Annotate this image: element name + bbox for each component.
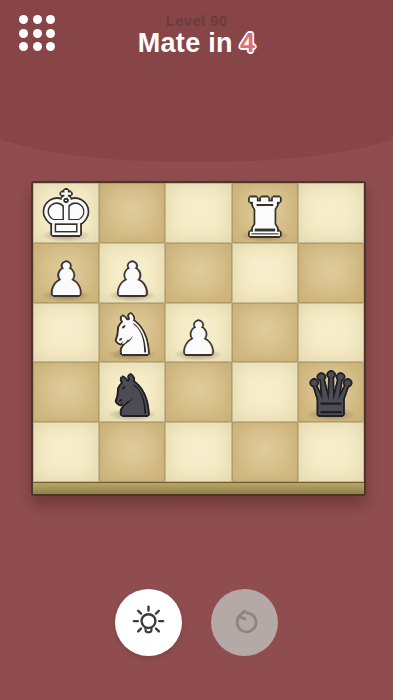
undo-arrow-icon [226, 604, 264, 642]
square-e4[interactable] [298, 243, 364, 303]
square-b2[interactable]: ♞ [99, 362, 165, 422]
hint-button[interactable] [115, 589, 182, 656]
board-bottom-edge [33, 482, 364, 494]
square-e5[interactable] [298, 183, 364, 243]
black-knight-b2[interactable]: ♞ [108, 369, 157, 424]
square-e3[interactable] [298, 303, 364, 363]
square-b1[interactable] [99, 422, 165, 482]
square-b3[interactable]: ♞ [99, 303, 165, 363]
objective-text: Mate in [138, 28, 233, 58]
square-c1[interactable] [165, 422, 231, 482]
square-d5[interactable]: ♜ [232, 183, 298, 243]
square-d2[interactable] [232, 362, 298, 422]
objective-move-count: 4 [240, 28, 255, 58]
lightbulb-icon [130, 604, 167, 641]
square-c5[interactable] [165, 183, 231, 243]
square-d1[interactable] [232, 422, 298, 482]
square-a1[interactable] [33, 422, 99, 482]
white-pawn-b4[interactable]: ♟ [112, 257, 152, 302]
board-grid: ♚♜♟♟♞♟♞♛ [33, 183, 364, 482]
square-c3[interactable]: ♟ [165, 303, 231, 363]
square-e2[interactable]: ♛ [298, 362, 364, 422]
white-knight-b3[interactable]: ♞ [108, 308, 157, 363]
square-a4[interactable]: ♟ [33, 243, 99, 303]
white-pawn-a4[interactable]: ♟ [46, 257, 86, 302]
white-king-a5[interactable]: ♚ [38, 183, 94, 245]
square-b5[interactable] [99, 183, 165, 243]
level-label: Level 90 [0, 12, 393, 29]
black-queen-e2[interactable]: ♛ [304, 365, 357, 424]
square-d3[interactable] [232, 303, 298, 363]
square-a2[interactable] [33, 362, 99, 422]
square-c2[interactable] [165, 362, 231, 422]
square-c4[interactable] [165, 243, 231, 303]
bottom-controls [0, 589, 393, 656]
puzzle-objective: Mate in4 [0, 28, 393, 59]
white-rook-d5[interactable]: ♜ [241, 191, 289, 244]
chess-board: ♚♜♟♟♞♟♞♛ [31, 181, 366, 496]
square-a5[interactable]: ♚ [33, 183, 99, 243]
square-b4[interactable]: ♟ [99, 243, 165, 303]
square-e1[interactable] [298, 422, 364, 482]
square-a3[interactable] [33, 303, 99, 363]
undo-button[interactable] [211, 589, 278, 656]
white-pawn-c3[interactable]: ♟ [178, 316, 218, 361]
square-d4[interactable] [232, 243, 298, 303]
